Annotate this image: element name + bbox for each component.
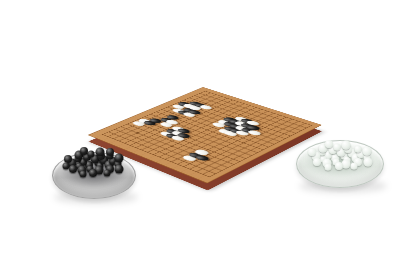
white-heap-stone: [342, 140, 351, 149]
black-heap-stone: [115, 164, 124, 173]
white-heap-stone: [308, 148, 316, 156]
go-board[interactable]: [118, 43, 291, 216]
black-heap-stone: [106, 148, 114, 156]
white-heap-stone: [354, 145, 361, 152]
white-heap-stone: [313, 158, 321, 166]
black-heap-stone: [89, 169, 97, 177]
black-heap-stone: [80, 171, 87, 178]
go-set-photo: [0, 0, 400, 266]
star-point: [207, 159, 211, 161]
black-go-stone: [175, 132, 192, 139]
black-go-stone: [187, 152, 205, 159]
white-heap-stone: [325, 164, 332, 171]
white-go-stone: [170, 130, 187, 137]
white-go-stone: [193, 149, 211, 156]
black-go-stone: [193, 154, 211, 162]
white-heap-stone: [363, 146, 372, 155]
white-heap-stone: [335, 162, 343, 170]
board-grid-lines: [102, 91, 313, 177]
star-point: [136, 132, 140, 134]
black-heap-stone: [95, 148, 104, 157]
white-go-stone: [234, 130, 251, 137]
black-go-stone: [239, 127, 256, 134]
white-heap-stone: [325, 140, 333, 148]
black-heap-stone: [69, 165, 77, 173]
white-go-stone: [222, 130, 239, 137]
black-heap-stone: [62, 163, 69, 170]
white-go-stone: [169, 135, 186, 142]
white-go-stone: [246, 129, 263, 136]
star-point: [275, 126, 279, 127]
black-heap-stone: [114, 154, 123, 163]
white-go-stone: [216, 128, 233, 135]
black-heap-stone: [104, 169, 111, 176]
black-heap-stone: [80, 147, 88, 155]
black-go-stone: [228, 128, 245, 135]
black-go-stone: [164, 133, 181, 140]
star-point: [242, 142, 246, 144]
black-heap-stone: [88, 151, 95, 158]
white-heap-stone: [364, 157, 373, 166]
white-go-stone: [181, 155, 199, 163]
star-point: [205, 129, 209, 130]
star-point: [170, 145, 174, 147]
white-go-stone: [158, 131, 175, 138]
white-heap-stone: [351, 163, 358, 170]
white-heap-stone: [334, 143, 341, 150]
